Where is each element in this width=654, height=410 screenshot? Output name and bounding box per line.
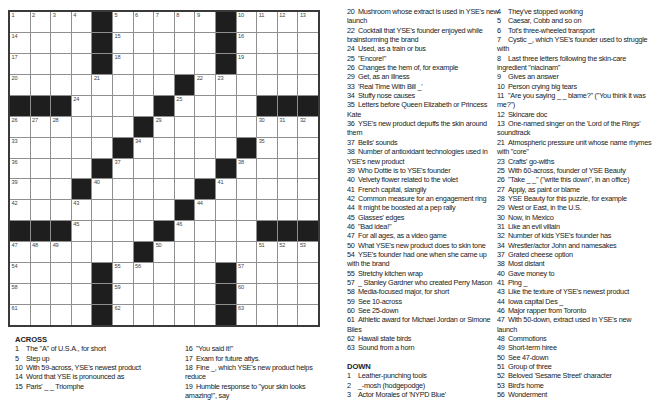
cell-r5c12[interactable] (237, 96, 257, 116)
cell-r10c3[interactable] (51, 200, 71, 220)
cell-r7c15[interactable] (298, 138, 318, 158)
black-cell (10, 221, 30, 241)
cell-r11c5[interactable] (92, 221, 112, 241)
cell-r2c14[interactable] (278, 33, 298, 53)
cell-r12c8[interactable]: 50 (154, 242, 174, 262)
cell-number: 5 (115, 12, 118, 19)
cell-number: 8 (176, 12, 179, 19)
across-clues-column-2: 16"You said it!"17Exam for future attys.… (185, 344, 335, 400)
cell-r3c2[interactable] (31, 54, 51, 74)
cell-r9c9[interactable] (175, 179, 195, 199)
cell-r8c14[interactable] (278, 159, 298, 179)
cell-r14c7[interactable] (134, 284, 154, 304)
cell-r9c11[interactable]: 41 (216, 179, 236, 199)
cell-r8c7[interactable] (134, 159, 154, 179)
cell-r11c7[interactable] (134, 221, 154, 241)
cell-r8c9[interactable] (175, 159, 195, 179)
cell-r9c8[interactable] (154, 179, 174, 199)
black-cell (72, 179, 92, 199)
clue-number: 41 (347, 185, 358, 194)
clue-text: _ Stanley Gardner who created Perry Maso… (358, 278, 492, 287)
clue-17-across: 17Exam for future attys. (185, 354, 335, 363)
cell-r3c1[interactable]: 17 (10, 54, 30, 74)
clue-text: With 60-across, founder of YSE Beauty (508, 166, 626, 175)
cell-r10c15[interactable] (298, 200, 318, 220)
black-cell (92, 284, 112, 304)
cell-r15c4[interactable] (72, 305, 92, 325)
cell-number: 24 (73, 96, 79, 103)
cell-r3c13[interactable] (257, 54, 277, 74)
cell-r15c12[interactable]: 63 (237, 305, 257, 325)
cell-r15c10[interactable] (195, 305, 215, 325)
cell-r6c11[interactable] (216, 117, 236, 137)
cell-r1c9[interactable]: 8 (175, 12, 195, 32)
black-cell (216, 54, 236, 74)
clue-8-down: 8Last three letters following the skin-c… (497, 54, 653, 73)
clue-number: 27 (497, 185, 508, 194)
cell-r1c7[interactable]: 6 (134, 12, 154, 32)
clue-28-down: 28YSE Beauty for this puzzle, for exampl… (497, 194, 653, 203)
cell-r10c12[interactable] (237, 200, 257, 220)
cell-r9c5[interactable]: 40 (92, 179, 112, 199)
cell-r12c11[interactable] (216, 242, 236, 262)
cell-r5c9[interactable]: 25 (175, 96, 195, 116)
clue-10-across: 10With 59-across, YSE's newest product (15, 363, 187, 372)
clue-text: Fine _, which YSE's new product helps re… (185, 363, 313, 381)
cell-r4c5[interactable]: 21 (92, 75, 112, 95)
cell-r13c8[interactable] (154, 263, 174, 283)
clue-number: 41 (497, 278, 508, 287)
cell-r14c3[interactable] (51, 284, 71, 304)
cell-r10c7[interactable] (134, 200, 154, 220)
cell-r5c5[interactable] (92, 96, 112, 116)
cell-r4c12[interactable] (237, 75, 257, 95)
cell-number: 1 (12, 12, 15, 19)
clue-text: Gives an answer (508, 72, 559, 81)
clue-text: YSE's founder had one when she came up w… (347, 250, 487, 268)
clue-number: 42 (347, 194, 358, 203)
cell-r6c10[interactable] (195, 117, 215, 137)
cell-r4c2[interactable] (31, 75, 51, 95)
cell-number: 6 (135, 12, 138, 19)
clue-58-across: 58Media-focused major, for short (347, 287, 499, 296)
cell-r11c12[interactable] (237, 221, 257, 241)
clue-number: 62 (347, 334, 358, 343)
cell-r15c1[interactable]: 61 (10, 305, 30, 325)
cell-r2c15[interactable] (298, 33, 318, 53)
cell-r3c12[interactable]: 19 (237, 54, 257, 74)
cell-r8c13[interactable] (257, 159, 277, 179)
clue-text: Person crying big tears (508, 82, 577, 91)
cell-r9c14[interactable] (278, 179, 298, 199)
clue-text: The "A" of U.S.A., for short (26, 344, 106, 353)
cell-number: 40 (94, 179, 100, 186)
clue-number: 10 (497, 82, 508, 91)
cell-r15c15[interactable] (298, 305, 318, 325)
cell-r10c10[interactable]: 44 (195, 200, 215, 220)
cell-r1c14[interactable]: 12 (278, 12, 298, 32)
clue-47-across: 47For all ages, as a video game (347, 231, 499, 240)
cell-r3c14[interactable] (278, 54, 298, 74)
cell-r15c6[interactable]: 62 (113, 305, 133, 325)
clue-text: Grated cheese option (508, 250, 573, 259)
black-cell (92, 305, 112, 325)
cell-r13c10[interactable] (195, 263, 215, 283)
cell-r10c1[interactable]: 42 (10, 200, 30, 220)
cell-r12c2[interactable]: 48 (31, 242, 51, 262)
cell-r15c2[interactable] (31, 305, 51, 325)
cell-r7c7[interactable]: 34 (134, 138, 154, 158)
cell-number: 47 (12, 242, 18, 249)
cell-r8c15[interactable] (298, 159, 318, 179)
cell-r14c6[interactable]: 59 (113, 284, 133, 304)
cell-r3c15[interactable] (298, 54, 318, 74)
cell-r8c12[interactable]: 38 (237, 159, 257, 179)
cell-r6c8[interactable]: 29 (154, 117, 174, 137)
clue-number: 36 (347, 119, 358, 128)
cell-r10c4[interactable]: 43 (72, 200, 92, 220)
cell-r14c9[interactable] (175, 284, 195, 304)
cell-r1c8[interactable]: 7 (154, 12, 174, 32)
cell-r10c8[interactable] (154, 200, 174, 220)
cell-number: 59 (115, 284, 121, 291)
cell-r13c2[interactable] (31, 263, 51, 283)
cell-r12c3[interactable]: 49 (51, 242, 71, 262)
cell-r2c7[interactable] (134, 33, 154, 53)
clue-text: Wonderment (508, 390, 547, 399)
cell-r3c9[interactable] (175, 54, 195, 74)
cell-r8c10[interactable] (195, 159, 215, 179)
cell-number: 20 (12, 75, 18, 82)
cell-r13c4[interactable] (72, 263, 92, 283)
cell-r5c10[interactable] (195, 96, 215, 116)
cell-r11c4[interactable]: 45 (72, 221, 92, 241)
cell-r13c1[interactable]: 54 (10, 263, 30, 283)
cell-r14c4[interactable] (72, 284, 92, 304)
cell-r4c13[interactable] (257, 75, 277, 95)
cell-r12c14[interactable]: 52 (278, 242, 298, 262)
cell-r1c12[interactable]: 10 (237, 12, 257, 32)
cell-r13c3[interactable] (51, 263, 71, 283)
cell-r12c13[interactable]: 51 (257, 242, 277, 262)
cell-r8c4[interactable] (72, 159, 92, 179)
clue-34-down: 34Wrestler/actor John and namesakes (497, 241, 653, 250)
cell-r9c12[interactable] (237, 179, 257, 199)
cell-r15c3[interactable] (51, 305, 71, 325)
cell-r2c8[interactable] (154, 33, 174, 53)
clue-number: 25 (347, 54, 358, 63)
black-cell (31, 96, 51, 116)
clue-text: Who Dottie is to YSE's founder (358, 166, 450, 175)
cell-r4c7[interactable] (134, 75, 154, 95)
cell-r4c11[interactable]: 23 (216, 75, 236, 95)
black-cell (154, 96, 174, 116)
cell-r2c1[interactable]: 14 (10, 33, 30, 53)
cell-r15c14[interactable] (278, 305, 298, 325)
clue-number: 48 (497, 334, 508, 343)
clue-51-down: 51Group of three (497, 362, 653, 371)
clue-text: Skincare doc (508, 110, 547, 119)
cell-number: 23 (218, 75, 224, 82)
cell-r8c8[interactable] (154, 159, 174, 179)
cell-r13c9[interactable] (175, 263, 195, 283)
cell-r14c10[interactable] (195, 284, 215, 304)
cell-r14c15[interactable] (298, 284, 318, 304)
cell-r12c10[interactable] (195, 242, 215, 262)
clue-text: "Encore!" (358, 54, 386, 63)
clue-number: 2 (347, 381, 358, 390)
clue-number: 38 (347, 147, 358, 156)
cell-number: 32 (300, 117, 306, 124)
cell-r6c14[interactable]: 31 (278, 117, 298, 137)
cell-r9c13[interactable] (257, 179, 277, 199)
cell-r3c8[interactable] (154, 54, 174, 74)
cell-r4c14[interactable] (278, 75, 298, 95)
cell-r6c15[interactable]: 32 (298, 117, 318, 137)
cell-r14c8[interactable] (154, 284, 174, 304)
cell-number: 58 (12, 284, 18, 291)
cell-r4c10[interactable]: 22 (195, 75, 215, 95)
cell-r2c9[interactable] (175, 33, 195, 53)
cell-r2c12[interactable]: 16 (237, 33, 257, 53)
cell-r7c1[interactable]: 33 (10, 138, 30, 158)
clue-number: 30 (497, 213, 508, 222)
cell-r1c3[interactable]: 3 (51, 12, 71, 32)
cell-r1c2[interactable]: 2 (31, 12, 51, 32)
cell-r10c6[interactable] (113, 200, 133, 220)
cell-r15c9[interactable] (175, 305, 195, 325)
cell-r2c2[interactable] (31, 33, 51, 53)
cell-r6c3[interactable]: 28 (51, 117, 71, 137)
cell-r7c5[interactable] (92, 138, 112, 158)
clue-number: 17 (185, 354, 196, 363)
cell-number: 7 (156, 12, 159, 19)
cell-number: 51 (259, 242, 265, 249)
cell-r6c12[interactable] (237, 117, 257, 137)
cell-r10c11[interactable] (216, 200, 236, 220)
cell-r7c2[interactable] (31, 138, 51, 158)
cell-r8c6[interactable]: 37 (113, 159, 133, 179)
cell-r9c1[interactable]: 39 (10, 179, 30, 199)
clue-44-across: 44It might be boosted at a pep rally (347, 203, 499, 212)
cell-r9c7[interactable] (134, 179, 154, 199)
cell-r10c2[interactable] (31, 200, 51, 220)
clue-number: 49 (497, 343, 508, 352)
cell-r7c8[interactable] (154, 138, 174, 158)
cell-r14c14[interactable] (278, 284, 298, 304)
cell-r1c15[interactable]: 13 (298, 12, 318, 32)
cell-r5c4[interactable]: 24 (72, 96, 92, 116)
black-cell (51, 96, 71, 116)
clue-43-down: 43Like the texture of YSE's newest produ… (497, 287, 653, 296)
cell-r2c10[interactable] (195, 33, 215, 53)
cell-r8c1[interactable]: 36 (10, 159, 30, 179)
cell-r15c7[interactable] (134, 305, 154, 325)
cell-r4c3[interactable] (51, 75, 71, 95)
clue-38-down: 38Most distant (497, 259, 653, 268)
cell-r1c13[interactable]: 11 (257, 12, 277, 32)
cell-r12c9[interactable] (175, 242, 195, 262)
cell-r6c6[interactable] (113, 117, 133, 137)
clue-number: 40 (497, 269, 508, 278)
clue-text: Athletic award for Michael Jordan or Sim… (347, 315, 490, 333)
black-cell (216, 33, 236, 53)
clue-number: 21 (497, 138, 508, 147)
clue-text: Tot's three-wheeled transport (508, 26, 595, 35)
cell-r13c15[interactable] (298, 263, 318, 283)
cell-r8c3[interactable] (51, 159, 71, 179)
cell-r6c13[interactable]: 30 (257, 117, 277, 137)
cell-r7c3[interactable] (51, 138, 71, 158)
clue-text: Wrestler/actor John and namesakes (508, 241, 616, 250)
clue-29-down: 29West or East, in the U.S. (497, 203, 653, 212)
clue-50-across: 50What YSE's new product does to skin to… (347, 241, 499, 250)
cell-r4c15[interactable] (298, 75, 318, 95)
clue-number: 33 (347, 82, 358, 91)
clue-number: 53 (497, 381, 508, 390)
cell-r2c4[interactable] (72, 33, 92, 53)
clue-39-across: 39Who Dottie is to YSE's founder (347, 166, 499, 175)
clue-number: 13 (497, 119, 508, 128)
clue-number: 50 (497, 353, 508, 362)
cell-number: 36 (12, 159, 18, 166)
cell-r11c10[interactable] (195, 221, 215, 241)
cell-r6c2[interactable]: 27 (31, 117, 51, 137)
cell-r2c3[interactable] (51, 33, 71, 53)
cell-r3c3[interactable] (51, 54, 71, 74)
cell-r7c14[interactable] (278, 138, 298, 158)
clue-number: 55 (347, 269, 358, 278)
cell-r7c4[interactable] (72, 138, 92, 158)
clue-text: It might be boosted at a pep rally (358, 203, 455, 212)
clue-56-down: 56Wonderment (497, 390, 653, 399)
cell-r3c10[interactable] (195, 54, 215, 74)
cell-r11c11[interactable] (216, 221, 236, 241)
black-cell (92, 159, 112, 179)
cell-r14c1[interactable]: 58 (10, 284, 30, 304)
cell-r2c6[interactable]: 15 (113, 33, 133, 53)
cell-r2c13[interactable] (257, 33, 277, 53)
clue-number: 34 (497, 241, 508, 250)
cell-r1c10[interactable]: 9 (195, 12, 215, 32)
clue-12-down: 12Skincare doc (497, 110, 653, 119)
cell-r15c13[interactable] (257, 305, 277, 325)
cell-r13c7[interactable]: 56 (134, 263, 154, 283)
clue-text: Changes the hem of, for example (358, 63, 458, 72)
cell-r10c14[interactable] (278, 200, 298, 220)
clue-number: 51 (497, 362, 508, 371)
cell-r12c1[interactable]: 47 (10, 242, 30, 262)
crossword-grid[interactable]: 1234567891011121314151617181920212223242… (8, 10, 320, 327)
cell-r7c9[interactable] (175, 138, 195, 158)
cell-r7c13[interactable]: 35 (257, 138, 277, 158)
cell-r13c13[interactable] (257, 263, 277, 283)
black-cell (237, 138, 257, 158)
cell-r15c8[interactable] (154, 305, 174, 325)
cell-r14c13[interactable] (257, 284, 277, 304)
cell-r4c8[interactable] (154, 75, 174, 95)
cell-r11c6[interactable] (113, 221, 133, 241)
cell-r10c13[interactable] (257, 200, 277, 220)
clue-5-across: 5Step up (15, 354, 187, 363)
cell-r7c11[interactable] (216, 138, 236, 158)
clue-text: For all ages, as a video game (358, 231, 446, 240)
cell-r1c6[interactable]: 5 (113, 12, 133, 32)
cell-r11c9[interactable]: 46 (175, 221, 195, 241)
cell-r9c15[interactable] (298, 179, 318, 199)
clue-21-down: 21Atmospheric pressure unit whose name r… (497, 138, 653, 157)
cell-r14c12[interactable]: 60 (237, 284, 257, 304)
cell-r12c4[interactable] (72, 242, 92, 262)
cell-r1c1[interactable]: 1 (10, 12, 30, 32)
cell-r4c4[interactable] (72, 75, 92, 95)
cell-r8c2[interactable] (31, 159, 51, 179)
cell-r5c7[interactable] (134, 96, 154, 116)
cell-r9c6[interactable] (113, 179, 133, 199)
clue-text: West or East, in the U.S. (508, 203, 582, 212)
cell-number: 56 (135, 263, 141, 270)
across-list-1: 1The "A" of U.S.A., for short5Step up10W… (15, 344, 187, 391)
cell-r6c4[interactable] (72, 117, 92, 137)
cell-r5c6[interactable] (113, 96, 133, 116)
clue-number: 58 (347, 287, 358, 296)
cell-r7c10[interactable] (195, 138, 215, 158)
clue-number: 37 (497, 250, 508, 259)
cell-number: 25 (176, 96, 182, 103)
clue-63-across: 63Sound from a horn (347, 343, 499, 352)
cell-number: 61 (12, 305, 18, 312)
cell-r12c5[interactable] (92, 242, 112, 262)
cell-r1c4[interactable]: 4 (72, 12, 92, 32)
clue-text: Get, as an illness (358, 72, 409, 81)
cell-number: 11 (259, 12, 264, 19)
cell-r13c14[interactable] (278, 263, 298, 283)
clue-text: Humble response to "your skin looks amaz… (185, 382, 305, 400)
clue-33-across: 33'Real Time With Bill _' (347, 82, 499, 91)
cell-r6c9[interactable] (175, 117, 195, 137)
clue-25-across: 25"Encore!" (347, 54, 499, 63)
black-cell (154, 221, 174, 241)
cell-r14c2[interactable] (31, 284, 51, 304)
cell-r9c2[interactable] (31, 179, 51, 199)
clue-text: With 50-down, extract used in YSE's new … (497, 315, 631, 333)
cell-r3c7[interactable] (134, 54, 154, 74)
clue-2-down: 2_-mosh (hodgepodge) (347, 381, 499, 390)
cell-r6c5[interactable] (92, 117, 112, 137)
cell-r9c3[interactable] (51, 179, 71, 199)
cell-r13c6[interactable]: 55 (113, 263, 133, 283)
clue-number: 15 (15, 382, 26, 391)
clue-55-across: 55Stretchy kitchen wrap (347, 269, 499, 278)
cell-r12c15[interactable]: 53 (298, 242, 318, 262)
cell-r12c12[interactable] (237, 242, 257, 262)
cell-r3c4[interactable] (72, 54, 92, 74)
down-list-2: 4They've stopped working5Caesar, Cobb an… (497, 7, 653, 399)
clue-22-across: 22Cocktail that YSE's founder enjoyed wh… (347, 26, 499, 45)
cell-r12c6[interactable] (113, 242, 133, 262)
cell-r6c1[interactable]: 26 (10, 117, 30, 137)
cell-number: 44 (197, 200, 203, 207)
clue-49-down: 49Short-term hiree (497, 343, 653, 352)
cell-r10c5[interactable] (92, 200, 112, 220)
cell-r4c6[interactable] (113, 75, 133, 95)
cell-r13c12[interactable]: 57 (237, 263, 257, 283)
cell-r3c6[interactable]: 18 (113, 54, 133, 74)
cell-number: 30 (259, 117, 265, 124)
cell-r5c11[interactable] (216, 96, 236, 116)
cell-r4c1[interactable]: 20 (10, 75, 30, 95)
clue-text: 'Real Time With Bill _' (358, 82, 422, 91)
